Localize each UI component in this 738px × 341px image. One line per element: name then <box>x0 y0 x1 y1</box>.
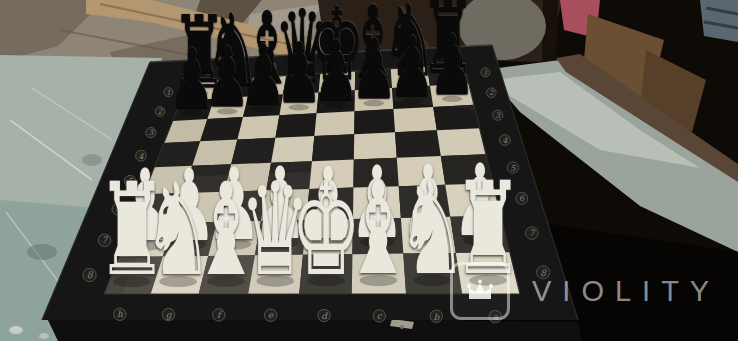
square-d6 <box>306 188 353 220</box>
square-f3 <box>237 115 279 139</box>
piece-shadow <box>463 235 498 245</box>
crown-icon <box>464 278 496 304</box>
piece-shadow <box>364 80 382 85</box>
square-a6 <box>445 183 501 217</box>
square-e3 <box>275 113 316 138</box>
piece-shadow <box>127 240 162 250</box>
piece-shadow <box>325 102 346 108</box>
square-b7 <box>401 217 456 254</box>
square-f4 <box>231 138 275 165</box>
square-b3 <box>393 107 436 132</box>
piece-shadow <box>207 276 245 287</box>
piece-shadow <box>263 238 298 248</box>
square-e1 <box>283 73 320 94</box>
piece-shadow <box>401 78 419 83</box>
file-label-h-near: h <box>117 309 123 319</box>
square-c7 <box>352 218 403 254</box>
auction-photo-chess-set: hhggffeeddccbbaa1122334455667788 ♜♞♝♛♚♝♞… <box>0 0 738 341</box>
rank-label-2-left: 2 <box>158 107 163 116</box>
piece-shadow <box>171 240 206 250</box>
floor-stain <box>82 154 102 166</box>
watermark: VIOLITY <box>450 262 720 320</box>
rank-label-5-right: 5 <box>510 163 516 173</box>
file-label-h-far: h <box>206 67 211 75</box>
square-e2 <box>279 92 318 115</box>
square-a4 <box>437 128 486 156</box>
square-c4 <box>354 132 397 159</box>
square-f1 <box>248 76 286 97</box>
piece-shadow <box>328 82 346 87</box>
piece-shadow <box>360 237 395 247</box>
square-d3 <box>314 111 354 136</box>
floor-debris <box>39 333 49 339</box>
box-latch-pin <box>400 325 404 329</box>
piece-shadow <box>360 275 398 286</box>
square-e4 <box>271 136 314 163</box>
square-d5 <box>309 159 354 188</box>
rank-label-1-right: 1 <box>483 69 487 77</box>
piece-shadow <box>256 275 294 286</box>
square-f2 <box>243 95 283 118</box>
square-a5 <box>441 154 493 184</box>
piece-shadow <box>311 238 346 248</box>
rank-label-2-right: 2 <box>489 88 494 97</box>
square-c5 <box>353 158 398 188</box>
piece-shadow <box>224 89 242 94</box>
watermark-text: VIOLITY <box>532 275 720 308</box>
piece-shadow <box>190 91 208 96</box>
piece-shadow <box>288 104 309 110</box>
square-g1 <box>214 78 253 99</box>
rank-label-5-left: 5 <box>127 176 133 186</box>
piece-shadow <box>216 239 251 249</box>
piece-shadow <box>217 108 238 114</box>
piece-shadow <box>402 98 423 104</box>
file-label-b-far: b <box>405 53 410 61</box>
piece-shadow <box>113 276 151 287</box>
watermark-logo-box <box>450 262 510 320</box>
piece-shadow <box>307 275 345 286</box>
rank-label-1-left: 1 <box>166 89 170 97</box>
floor-stain <box>27 244 57 260</box>
square-d8 <box>299 254 352 294</box>
piece-shadow <box>363 100 384 106</box>
piece-shadow <box>442 96 463 102</box>
square-b5 <box>397 156 445 186</box>
square-a7 <box>450 216 510 253</box>
piece-shadow <box>414 275 452 286</box>
piece-shadow <box>411 236 446 246</box>
piece-shadow <box>439 76 457 81</box>
square-c6 <box>353 186 401 219</box>
file-label-d-far: d <box>336 58 341 66</box>
floor-debris <box>9 326 23 334</box>
square-b6 <box>399 185 450 218</box>
piece-shadow <box>182 110 203 116</box>
piece-shadow <box>293 85 311 90</box>
square-d4 <box>312 134 354 161</box>
piece-shadow <box>159 276 197 287</box>
square-c3 <box>354 109 395 134</box>
square-c8 <box>352 254 406 294</box>
square-b4 <box>395 130 441 158</box>
file-label-e-near: e <box>268 310 274 320</box>
piece-shadow <box>252 106 273 112</box>
square-d7 <box>303 219 353 255</box>
piece-shadow <box>258 87 276 92</box>
